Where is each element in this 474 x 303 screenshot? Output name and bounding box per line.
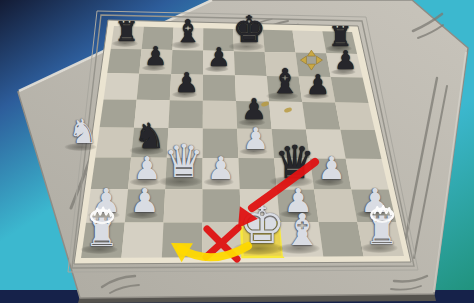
black-pawn-d7[interactable]: ♟	[207, 45, 230, 71]
white-pawn-b3[interactable]: ♟	[133, 153, 161, 184]
white-pawn-g3[interactable]: ♟	[318, 153, 346, 184]
black-bishop-f6[interactable]: ♝	[270, 64, 301, 98]
white-king-e1[interactable]: ♚	[239, 200, 286, 252]
black-queen-f3[interactable]: ♛	[274, 140, 315, 186]
white-bishop-f1[interactable]: ♝	[283, 208, 322, 252]
black-pawn-g6[interactable]: ♟	[306, 71, 330, 98]
chess-app-window: ♜♝♚♜♟♟♟♟♝♟♟♞♟♛♟♛♟♟♟♟♟♟♜♚♝♜♞ 3D chess boa…	[0, 0, 474, 303]
black-rook-a8[interactable]: ♜	[114, 18, 139, 45]
black-pawn-c6[interactable]: ♟	[174, 69, 198, 96]
black-knight-b4[interactable]: ♞	[134, 118, 166, 153]
white-pawn-e4[interactable]: ♟	[242, 124, 269, 154]
white-rook-h1[interactable]: ♜	[365, 212, 400, 251]
white-pawn-b2[interactable]: ♟	[130, 184, 160, 217]
white-rook-a1[interactable]: ♜	[85, 214, 120, 253]
black-bishop-c8[interactable]: ♝	[174, 16, 202, 47]
white-pawn-d3[interactable]: ♟	[207, 153, 235, 184]
white-queen-c3[interactable]: ♛	[164, 139, 205, 185]
black-king-e8[interactable]: ♚	[233, 12, 266, 49]
black-pawn-h7[interactable]: ♟	[334, 48, 357, 74]
black-pawn-b7[interactable]: ♟	[144, 44, 167, 70]
white-knight-captured[interactable]: ♞	[68, 115, 98, 149]
pieces-layer: ♜♝♚♜♟♟♟♟♝♟♟♞♟♛♟♛♟♟♟♟♟♟♜♚♝♜♞	[0, 0, 474, 303]
